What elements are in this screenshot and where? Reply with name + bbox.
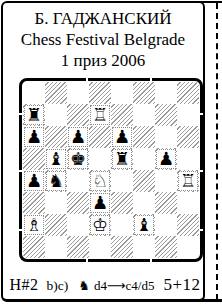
chess-board: ♜♖♟♟♟♝♚♜♟♟♞♘♖♟♗♔♝: [23, 82, 199, 258]
square-e5: ♜: [111, 148, 133, 170]
square-c7: [67, 104, 89, 126]
white-piece-d2: ♔: [92, 216, 108, 234]
square-e8: [111, 82, 133, 104]
square-d8: [89, 82, 111, 104]
black-piece-f2: ♝: [136, 216, 152, 234]
piece-box-d7: ♖: [90, 105, 110, 125]
white-piece-d7: ♖: [92, 106, 108, 124]
square-g6: [155, 126, 177, 148]
square-b2: [45, 214, 67, 236]
piece-box-c5: ♚: [68, 149, 88, 169]
square-g3: [155, 192, 177, 214]
square-a6: ♟: [23, 126, 45, 148]
white-piece-a2: ♗: [26, 216, 42, 234]
square-a4: ♟: [23, 170, 45, 192]
frame-notch: [150, 78, 152, 81]
chess-board-frame: ♜♖♟♟♟♝♚♜♟♟♞♘♖♟♗♔♝: [19, 78, 203, 262]
white-piece-d4: ♘: [92, 172, 108, 190]
square-e2: [111, 214, 133, 236]
piece-box-a4: ♟: [24, 171, 44, 191]
frame-notch: [19, 170, 22, 172]
square-h7: [177, 104, 199, 126]
square-b1: [45, 236, 67, 258]
stipulation: H#2: [9, 276, 38, 293]
square-e3: [111, 192, 133, 214]
black-piece-e5: ♜: [114, 150, 130, 168]
square-g4: [155, 170, 177, 192]
piece-box-b4: ♞: [46, 171, 66, 191]
square-b5: ♝: [45, 148, 67, 170]
square-a5: [23, 148, 45, 170]
square-a7: ♜: [23, 104, 45, 126]
square-e7: [111, 104, 133, 126]
square-f3: [133, 192, 155, 214]
square-h5: [177, 148, 199, 170]
square-f8: [133, 82, 155, 104]
square-g1: [155, 236, 177, 258]
square-b7: [45, 104, 67, 126]
piece-box-f2: ♝: [134, 215, 154, 235]
twin-labels: b)c): [47, 278, 69, 293]
square-c6: ♟: [67, 126, 89, 148]
square-a8: [23, 82, 45, 104]
square-b6: [45, 126, 67, 148]
square-f2: ♝: [133, 214, 155, 236]
square-h6: [177, 126, 199, 148]
square-e4: [111, 170, 133, 192]
event-name: Chess Festival Belgrade: [3, 29, 203, 50]
white-piece-h4: ♖: [180, 172, 196, 190]
square-f1: [133, 236, 155, 258]
square-d7: ♖: [89, 104, 111, 126]
problem-caption: H#2 b)c) ♞ d4⟶c4/d5 5+12: [3, 275, 207, 295]
square-h3: [177, 192, 199, 214]
square-a3: [23, 192, 45, 214]
square-f5: [133, 148, 155, 170]
frame-notch: [200, 170, 203, 172]
square-h8: [177, 82, 199, 104]
square-d5: [89, 148, 111, 170]
square-f4: [133, 170, 155, 192]
black-piece-c5: ♚: [70, 150, 86, 168]
square-h4: ♖: [177, 170, 199, 192]
square-b3: [45, 192, 67, 214]
frame-notch: [19, 113, 22, 115]
square-c4: [67, 170, 89, 192]
square-a2: ♗: [23, 214, 45, 236]
piece-box-h4: ♖: [178, 171, 198, 191]
square-c3: [67, 192, 89, 214]
frame-notch: [200, 229, 203, 231]
square-c2: [67, 214, 89, 236]
scanned-page: Б. ГАДЖАНСКИЙ Chess Festival Belgrade 1 …: [0, 0, 222, 305]
page-rule-top: [198, 1, 222, 3]
piece-box-e5: ♜: [112, 149, 132, 169]
square-h1: [177, 236, 199, 258]
header: Б. ГАДЖАНСКИЙ Chess Festival Belgrade 1 …: [3, 3, 203, 71]
square-d4: ♘: [89, 170, 111, 192]
composer-name: Б. ГАДЖАНСКИЙ: [3, 8, 203, 29]
award-text: 1 приз 2006: [3, 50, 203, 71]
square-d3: ♟: [89, 192, 111, 214]
piece-box-a6: ♟: [24, 127, 44, 147]
black-piece-a4: ♟: [26, 172, 42, 190]
material-count: 5+12: [163, 275, 200, 294]
square-f6: [133, 126, 155, 148]
piece-box-d4: ♘: [90, 171, 110, 191]
piece-box-d2: ♔: [90, 215, 110, 235]
black-piece-a6: ♟: [26, 128, 42, 146]
frame-notch: [200, 113, 203, 115]
square-d1: [89, 236, 111, 258]
frame-notch: [150, 259, 152, 262]
frame-notch: [86, 78, 88, 81]
page-rule-bottom: [198, 299, 222, 302]
frame-notch: [86, 259, 88, 262]
piece-box-g5: ♟: [156, 149, 176, 169]
square-d6: [89, 126, 111, 148]
square-e1: [111, 236, 133, 258]
piece-box-a2: ♗: [24, 215, 44, 235]
knight-icon: ♞: [78, 278, 90, 293]
square-b8: [45, 82, 67, 104]
square-h2: [177, 214, 199, 236]
square-g2: [155, 214, 177, 236]
square-c1: [67, 236, 89, 258]
black-piece-e6: ♟: [114, 128, 130, 146]
square-c5: ♚: [67, 148, 89, 170]
square-g7: [155, 104, 177, 126]
black-piece-b5: ♝: [48, 150, 64, 168]
square-f7: [133, 104, 155, 126]
black-piece-g5: ♟: [158, 150, 174, 168]
square-d2: ♔: [89, 214, 111, 236]
piece-box-a7: ♜: [24, 105, 44, 125]
square-b4: ♞: [45, 170, 67, 192]
piece-box-e6: ♟: [112, 127, 132, 147]
black-piece-b4: ♞: [48, 172, 64, 190]
twin-move: d4⟶c4/d5: [94, 278, 155, 293]
black-piece-c6: ♟: [70, 128, 86, 146]
black-piece-d3: ♟: [92, 194, 108, 212]
black-piece-a7: ♜: [26, 106, 42, 124]
square-e6: ♟: [111, 126, 133, 148]
piece-box-c6: ♟: [68, 127, 88, 147]
page-column-divider: [216, 3, 218, 300]
piece-box-d3: ♟: [90, 193, 110, 213]
piece-box-b5: ♝: [46, 149, 66, 169]
square-a1: [23, 236, 45, 258]
frame-notch: [19, 229, 22, 231]
square-g8: [155, 82, 177, 104]
square-g5: ♟: [155, 148, 177, 170]
problem-card: Б. ГАДЖАНСКИЙ Chess Festival Belgrade 1 …: [1, 1, 205, 302]
square-c8: [67, 82, 89, 104]
